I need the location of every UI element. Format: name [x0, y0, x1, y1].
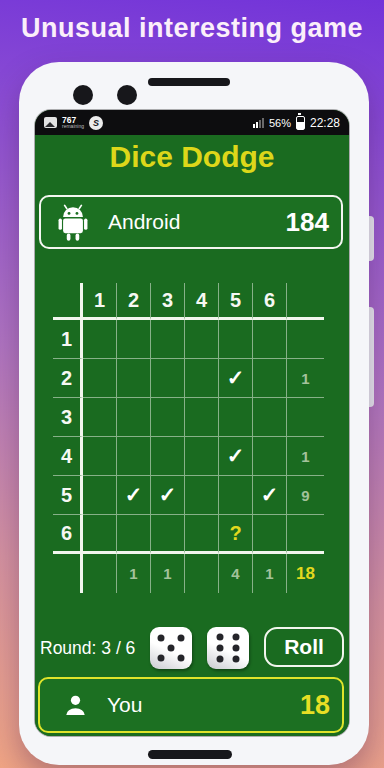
grid-cell-r5c2[interactable]: ✓: [117, 476, 151, 515]
row-sum-6: [287, 515, 324, 554]
grid-cell-r1c2[interactable]: [117, 320, 151, 359]
col-header-2: 2: [117, 283, 151, 320]
row-sum-2: 1: [287, 359, 324, 398]
row-header-2: 2: [53, 359, 83, 398]
grid-cell-r4c6[interactable]: [253, 437, 287, 476]
counter-badge: 767 remaining: [62, 116, 84, 130]
phone-screen: 767 remaining S 56% 22:28 Dice Dodge: [35, 110, 349, 736]
grid-cell-r3c5[interactable]: [219, 398, 253, 437]
col-sum-4: [185, 554, 219, 593]
grid-cell-r4c1[interactable]: [83, 437, 117, 476]
grid-cell-r2c3[interactable]: [151, 359, 185, 398]
person-icon: [62, 692, 89, 719]
row-sum-1: [287, 320, 324, 359]
roll-button[interactable]: Roll: [264, 627, 344, 667]
grid-cell-r3c4[interactable]: [185, 398, 219, 437]
grand-total: 18: [287, 554, 324, 593]
counter-label: remaining: [62, 124, 84, 129]
check-mark: ✓: [227, 444, 245, 468]
grid-cell-r6c5[interactable]: ?: [219, 515, 253, 554]
grid-cell-r1c4[interactable]: [185, 320, 219, 359]
player-name: You: [107, 693, 142, 717]
col-header-5: 5: [219, 283, 253, 320]
row-sum-header: [287, 283, 324, 320]
shazam-icon: S: [89, 116, 103, 130]
home-bar[interactable]: [148, 750, 232, 759]
col-sum-1: [83, 554, 117, 593]
battery-percent: 56%: [269, 117, 291, 129]
grid-cell-r6c2[interactable]: [117, 515, 151, 554]
opponent-score-card: Android 184: [39, 195, 343, 249]
grid-cell-r4c3[interactable]: [151, 437, 185, 476]
opponent-score: 184: [286, 207, 329, 238]
banner-caption: Unusual interesting game: [0, 13, 384, 44]
check-mark: ✓: [159, 483, 177, 507]
grid-cell-r4c5[interactable]: ✓: [219, 437, 253, 476]
row-sum-4: 1: [287, 437, 324, 476]
grid-cell-r1c3[interactable]: [151, 320, 185, 359]
battery-icon: [296, 116, 305, 130]
grid-cell-r3c2[interactable]: [117, 398, 151, 437]
row-header-6: 6: [53, 515, 83, 554]
sensor-dot-icon: [117, 85, 137, 105]
grid-cell-r1c6[interactable]: [253, 320, 287, 359]
grid-cell-r4c2[interactable]: [117, 437, 151, 476]
player-score-card: You 18: [38, 677, 344, 733]
check-mark: ✓: [227, 366, 245, 390]
grid-cell-r3c1[interactable]: [83, 398, 117, 437]
check-mark: ✓: [125, 483, 143, 507]
android-robot-icon: [56, 204, 90, 241]
grid-cell-r6c3[interactable]: [151, 515, 185, 554]
grid-cell-r5c5[interactable]: [219, 476, 253, 515]
col-header-4: 4: [185, 283, 219, 320]
row-sum-3: [287, 398, 324, 437]
grid-cell-r5c6[interactable]: ✓: [253, 476, 287, 515]
col-sum-3: 1: [151, 554, 185, 593]
status-bar: 767 remaining S 56% 22:28: [35, 110, 349, 135]
col-header-1: 1: [83, 283, 117, 320]
row-header-4: 4: [53, 437, 83, 476]
grid-cell-r6c4[interactable]: [185, 515, 219, 554]
grid-corner: [53, 283, 83, 320]
clock: 22:28: [310, 116, 340, 130]
grid-cell-r4c4[interactable]: [185, 437, 219, 476]
col-sum-6: 1: [253, 554, 287, 593]
grid-cell-r2c6[interactable]: [253, 359, 287, 398]
grid-cell-r5c1[interactable]: [83, 476, 117, 515]
grid-cell-r6c6[interactable]: [253, 515, 287, 554]
col-sum-2: 1: [117, 554, 151, 593]
app-title: Dice Dodge: [35, 140, 349, 174]
row-header-5: 5: [53, 476, 83, 515]
grid-cell-r3c3[interactable]: [151, 398, 185, 437]
row-sum-5: 9: [287, 476, 324, 515]
grid-cell-r1c5[interactable]: [219, 320, 253, 359]
row-header-3: 3: [53, 398, 83, 437]
grid-cell-r2c4[interactable]: [185, 359, 219, 398]
die-one[interactable]: [150, 627, 192, 669]
col-sum-label: [53, 554, 83, 593]
player-score: 18: [300, 690, 330, 721]
check-mark: ✓: [261, 483, 279, 507]
phone-frame: 767 remaining S 56% 22:28 Dice Dodge: [19, 62, 369, 765]
grid-cell-r2c2[interactable]: [117, 359, 151, 398]
grid-cell-r5c4[interactable]: [185, 476, 219, 515]
col-header-3: 3: [151, 283, 185, 320]
game-area: Dice Dodge: [35, 135, 349, 736]
earpiece-speaker: [148, 78, 230, 86]
grid-cell-r2c5[interactable]: ✓: [219, 359, 253, 398]
row-header-1: 1: [53, 320, 83, 359]
round-indicator: Round: 3 / 6: [40, 638, 135, 659]
die-two[interactable]: [207, 627, 249, 669]
screenshot-notification-icon: [44, 117, 57, 128]
grid-cell-r2c1[interactable]: [83, 359, 117, 398]
front-camera-icon: [73, 85, 93, 105]
grid-cell-r5c3[interactable]: ✓: [151, 476, 185, 515]
score-grid: 12345612✓134✓15✓✓✓96?114118: [53, 283, 324, 593]
question-mark: ?: [229, 522, 241, 545]
grid-cell-r1c1[interactable]: [83, 320, 117, 359]
col-sum-5: 4: [219, 554, 253, 593]
battery-fill: [297, 122, 304, 129]
grid-cell-r6c1[interactable]: [83, 515, 117, 554]
opponent-name: Android: [108, 210, 180, 234]
signal-icon: [253, 118, 264, 128]
col-header-6: 6: [253, 283, 287, 320]
grid-cell-r3c6[interactable]: [253, 398, 287, 437]
